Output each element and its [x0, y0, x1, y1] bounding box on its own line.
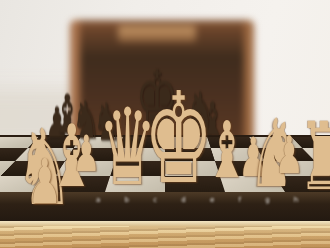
white-pawn-piece: ♟ — [73, 129, 101, 179]
table-edge — [0, 226, 330, 248]
white-rook-piece: ♜ — [298, 110, 330, 204]
box-lid-crest — [118, 26, 196, 42]
white-king-piece: ♚ — [143, 76, 213, 202]
photo-scene: a b c d e f g h ♟ ♝ ♞ ♞ ♚ ♞ ♝ ♞ ♟ ♝ ♟ ♛ … — [0, 0, 330, 248]
